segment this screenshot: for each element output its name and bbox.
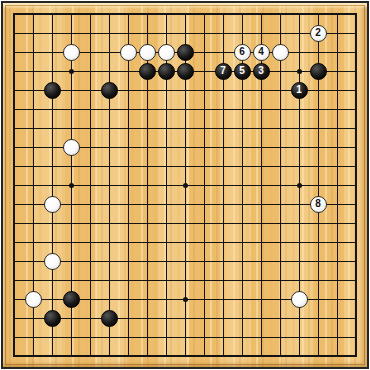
- intersection[interactable]: [138, 24, 157, 43]
- intersection[interactable]: [100, 5, 119, 24]
- intersection[interactable]: [62, 176, 81, 195]
- intersection[interactable]: [81, 24, 100, 43]
- intersection[interactable]: [195, 233, 214, 252]
- intersection[interactable]: [252, 290, 271, 309]
- intersection[interactable]: [100, 24, 119, 43]
- intersection[interactable]: [119, 157, 138, 176]
- intersection[interactable]: [252, 5, 271, 24]
- intersection[interactable]: [290, 43, 309, 62]
- intersection[interactable]: [290, 328, 309, 347]
- intersection[interactable]: [347, 252, 366, 271]
- intersection[interactable]: [62, 62, 81, 81]
- intersection[interactable]: [24, 43, 43, 62]
- intersection[interactable]: [62, 157, 81, 176]
- intersection[interactable]: [290, 252, 309, 271]
- intersection[interactable]: [328, 138, 347, 157]
- intersection[interactable]: [176, 214, 195, 233]
- intersection[interactable]: [119, 62, 138, 81]
- intersection[interactable]: [328, 309, 347, 328]
- intersection[interactable]: [290, 195, 309, 214]
- intersection[interactable]: [100, 290, 119, 309]
- intersection[interactable]: [138, 5, 157, 24]
- intersection[interactable]: [138, 252, 157, 271]
- intersection[interactable]: [176, 328, 195, 347]
- intersection[interactable]: [157, 157, 176, 176]
- intersection[interactable]: [214, 214, 233, 233]
- intersection[interactable]: [176, 157, 195, 176]
- intersection[interactable]: [328, 214, 347, 233]
- intersection[interactable]: [214, 347, 233, 366]
- intersection[interactable]: [81, 271, 100, 290]
- intersection[interactable]: [62, 119, 81, 138]
- intersection[interactable]: [195, 138, 214, 157]
- intersection[interactable]: [119, 43, 138, 62]
- intersection[interactable]: [290, 176, 309, 195]
- intersection[interactable]: [195, 252, 214, 271]
- intersection[interactable]: [347, 157, 366, 176]
- intersection[interactable]: [347, 271, 366, 290]
- intersection[interactable]: [214, 328, 233, 347]
- intersection[interactable]: [81, 81, 100, 100]
- intersection[interactable]: [214, 271, 233, 290]
- intersection[interactable]: [233, 81, 252, 100]
- intersection[interactable]: [290, 309, 309, 328]
- intersection[interactable]: [5, 309, 24, 328]
- intersection[interactable]: [157, 176, 176, 195]
- intersection[interactable]: [5, 5, 24, 24]
- intersection[interactable]: [195, 290, 214, 309]
- intersection[interactable]: [252, 195, 271, 214]
- intersection[interactable]: [347, 43, 366, 62]
- intersection[interactable]: [271, 24, 290, 43]
- intersection[interactable]: [157, 290, 176, 309]
- intersection[interactable]: [62, 233, 81, 252]
- intersection[interactable]: [5, 43, 24, 62]
- intersection[interactable]: [271, 5, 290, 24]
- intersection[interactable]: [43, 309, 62, 328]
- intersection[interactable]: [119, 347, 138, 366]
- intersection[interactable]: [119, 24, 138, 43]
- intersection[interactable]: 7: [214, 62, 233, 81]
- intersection[interactable]: [309, 157, 328, 176]
- intersection[interactable]: [24, 271, 43, 290]
- intersection[interactable]: [138, 100, 157, 119]
- intersection[interactable]: [24, 81, 43, 100]
- intersection[interactable]: [62, 214, 81, 233]
- intersection[interactable]: [81, 176, 100, 195]
- board-grid[interactable]: 26475318: [5, 5, 366, 366]
- intersection[interactable]: [176, 62, 195, 81]
- intersection[interactable]: [309, 119, 328, 138]
- intersection[interactable]: [5, 119, 24, 138]
- intersection[interactable]: [347, 5, 366, 24]
- intersection[interactable]: [271, 290, 290, 309]
- intersection[interactable]: [309, 176, 328, 195]
- intersection[interactable]: [81, 347, 100, 366]
- intersection[interactable]: [195, 347, 214, 366]
- intersection[interactable]: [119, 290, 138, 309]
- intersection[interactable]: [290, 100, 309, 119]
- intersection[interactable]: [24, 309, 43, 328]
- intersection[interactable]: [119, 328, 138, 347]
- intersection[interactable]: [176, 290, 195, 309]
- intersection[interactable]: [347, 24, 366, 43]
- intersection[interactable]: [81, 5, 100, 24]
- intersection[interactable]: [195, 5, 214, 24]
- intersection[interactable]: [100, 233, 119, 252]
- intersection[interactable]: [233, 214, 252, 233]
- intersection[interactable]: [119, 252, 138, 271]
- intersection[interactable]: [157, 233, 176, 252]
- intersection[interactable]: [5, 252, 24, 271]
- intersection[interactable]: [100, 214, 119, 233]
- intersection[interactable]: [119, 119, 138, 138]
- intersection[interactable]: [214, 176, 233, 195]
- intersection[interactable]: [157, 24, 176, 43]
- intersection[interactable]: [138, 347, 157, 366]
- intersection[interactable]: [43, 62, 62, 81]
- intersection[interactable]: [195, 24, 214, 43]
- intersection[interactable]: [328, 157, 347, 176]
- intersection[interactable]: [119, 5, 138, 24]
- intersection[interactable]: [24, 24, 43, 43]
- intersection[interactable]: [62, 43, 81, 62]
- intersection[interactable]: [347, 347, 366, 366]
- intersection[interactable]: [214, 233, 233, 252]
- intersection[interactable]: [81, 214, 100, 233]
- intersection[interactable]: [214, 100, 233, 119]
- intersection[interactable]: [157, 309, 176, 328]
- intersection[interactable]: [62, 271, 81, 290]
- intersection[interactable]: [119, 233, 138, 252]
- intersection[interactable]: [309, 233, 328, 252]
- intersection[interactable]: [5, 81, 24, 100]
- intersection[interactable]: [43, 138, 62, 157]
- intersection[interactable]: [100, 271, 119, 290]
- intersection[interactable]: [176, 100, 195, 119]
- intersection[interactable]: [176, 176, 195, 195]
- intersection[interactable]: [309, 62, 328, 81]
- intersection[interactable]: [138, 176, 157, 195]
- intersection[interactable]: [5, 138, 24, 157]
- intersection[interactable]: [195, 328, 214, 347]
- intersection[interactable]: [195, 195, 214, 214]
- intersection[interactable]: 8: [309, 195, 328, 214]
- intersection[interactable]: [347, 119, 366, 138]
- intersection[interactable]: [138, 309, 157, 328]
- intersection[interactable]: [43, 328, 62, 347]
- intersection[interactable]: [233, 138, 252, 157]
- intersection[interactable]: [100, 328, 119, 347]
- intersection[interactable]: [271, 176, 290, 195]
- intersection[interactable]: [43, 233, 62, 252]
- intersection[interactable]: [233, 5, 252, 24]
- intersection[interactable]: [347, 100, 366, 119]
- intersection[interactable]: [328, 195, 347, 214]
- intersection[interactable]: 4: [252, 43, 271, 62]
- intersection[interactable]: [233, 100, 252, 119]
- intersection[interactable]: [100, 347, 119, 366]
- intersection[interactable]: [43, 157, 62, 176]
- intersection[interactable]: [5, 328, 24, 347]
- intersection[interactable]: [290, 62, 309, 81]
- intersection[interactable]: [24, 328, 43, 347]
- intersection[interactable]: [5, 157, 24, 176]
- intersection[interactable]: [24, 233, 43, 252]
- intersection[interactable]: [347, 309, 366, 328]
- intersection[interactable]: [119, 81, 138, 100]
- intersection[interactable]: [252, 328, 271, 347]
- intersection[interactable]: [138, 271, 157, 290]
- intersection[interactable]: [233, 328, 252, 347]
- intersection[interactable]: [176, 43, 195, 62]
- intersection[interactable]: [5, 100, 24, 119]
- intersection[interactable]: [43, 5, 62, 24]
- intersection[interactable]: [195, 81, 214, 100]
- intersection[interactable]: [214, 5, 233, 24]
- intersection[interactable]: [43, 252, 62, 271]
- intersection[interactable]: [81, 290, 100, 309]
- intersection[interactable]: [81, 100, 100, 119]
- intersection[interactable]: [81, 252, 100, 271]
- intersection[interactable]: [195, 214, 214, 233]
- intersection[interactable]: [347, 214, 366, 233]
- intersection[interactable]: [5, 290, 24, 309]
- intersection[interactable]: [62, 24, 81, 43]
- intersection[interactable]: [309, 138, 328, 157]
- intersection[interactable]: 5: [233, 62, 252, 81]
- intersection[interactable]: [43, 347, 62, 366]
- intersection[interactable]: [233, 309, 252, 328]
- intersection[interactable]: [233, 233, 252, 252]
- intersection[interactable]: 1: [290, 81, 309, 100]
- intersection[interactable]: [176, 252, 195, 271]
- intersection[interactable]: [290, 214, 309, 233]
- intersection[interactable]: [138, 328, 157, 347]
- intersection[interactable]: [5, 195, 24, 214]
- intersection[interactable]: [290, 138, 309, 157]
- intersection[interactable]: [252, 24, 271, 43]
- intersection[interactable]: [157, 271, 176, 290]
- intersection[interactable]: [43, 43, 62, 62]
- intersection[interactable]: [328, 290, 347, 309]
- intersection[interactable]: [347, 138, 366, 157]
- intersection[interactable]: [233, 271, 252, 290]
- intersection[interactable]: [252, 157, 271, 176]
- intersection[interactable]: [328, 271, 347, 290]
- intersection[interactable]: [157, 252, 176, 271]
- intersection[interactable]: [328, 252, 347, 271]
- intersection[interactable]: [271, 271, 290, 290]
- intersection[interactable]: [100, 119, 119, 138]
- intersection[interactable]: [100, 195, 119, 214]
- intersection[interactable]: [347, 81, 366, 100]
- intersection[interactable]: [176, 5, 195, 24]
- intersection[interactable]: [5, 347, 24, 366]
- intersection[interactable]: [176, 138, 195, 157]
- intersection[interactable]: [24, 347, 43, 366]
- intersection[interactable]: [309, 271, 328, 290]
- intersection[interactable]: [328, 328, 347, 347]
- intersection[interactable]: [157, 5, 176, 24]
- intersection[interactable]: [24, 5, 43, 24]
- intersection[interactable]: [347, 328, 366, 347]
- intersection[interactable]: [290, 233, 309, 252]
- intersection[interactable]: [347, 176, 366, 195]
- intersection[interactable]: [24, 214, 43, 233]
- intersection[interactable]: [62, 290, 81, 309]
- intersection[interactable]: [309, 309, 328, 328]
- intersection[interactable]: [157, 347, 176, 366]
- intersection[interactable]: [43, 290, 62, 309]
- intersection[interactable]: [138, 43, 157, 62]
- intersection[interactable]: [347, 62, 366, 81]
- intersection[interactable]: [62, 100, 81, 119]
- intersection[interactable]: [43, 119, 62, 138]
- intersection[interactable]: [43, 81, 62, 100]
- intersection[interactable]: [43, 195, 62, 214]
- intersection[interactable]: [81, 309, 100, 328]
- intersection[interactable]: [81, 119, 100, 138]
- intersection[interactable]: [119, 176, 138, 195]
- intersection[interactable]: [119, 138, 138, 157]
- intersection[interactable]: [157, 138, 176, 157]
- intersection[interactable]: [100, 100, 119, 119]
- intersection[interactable]: [347, 290, 366, 309]
- intersection[interactable]: [100, 43, 119, 62]
- intersection[interactable]: [271, 214, 290, 233]
- intersection[interactable]: [347, 233, 366, 252]
- intersection[interactable]: [81, 43, 100, 62]
- intersection[interactable]: [100, 309, 119, 328]
- intersection[interactable]: [43, 100, 62, 119]
- intersection[interactable]: [309, 100, 328, 119]
- intersection[interactable]: [195, 157, 214, 176]
- intersection[interactable]: [252, 309, 271, 328]
- intersection[interactable]: [271, 138, 290, 157]
- intersection[interactable]: [62, 5, 81, 24]
- intersection[interactable]: [214, 24, 233, 43]
- intersection[interactable]: [309, 252, 328, 271]
- intersection[interactable]: [233, 119, 252, 138]
- intersection[interactable]: [176, 24, 195, 43]
- intersection[interactable]: [214, 309, 233, 328]
- intersection[interactable]: [271, 233, 290, 252]
- intersection[interactable]: [119, 271, 138, 290]
- intersection[interactable]: [252, 119, 271, 138]
- intersection[interactable]: [138, 290, 157, 309]
- intersection[interactable]: [5, 24, 24, 43]
- intersection[interactable]: [195, 176, 214, 195]
- intersection[interactable]: [233, 176, 252, 195]
- intersection[interactable]: [290, 290, 309, 309]
- intersection[interactable]: 2: [309, 24, 328, 43]
- intersection[interactable]: [157, 328, 176, 347]
- intersection[interactable]: [233, 195, 252, 214]
- intersection[interactable]: [195, 100, 214, 119]
- intersection[interactable]: [138, 157, 157, 176]
- intersection[interactable]: [214, 195, 233, 214]
- intersection[interactable]: [100, 62, 119, 81]
- intersection[interactable]: [176, 119, 195, 138]
- intersection[interactable]: [100, 81, 119, 100]
- intersection[interactable]: [290, 347, 309, 366]
- intersection[interactable]: [214, 290, 233, 309]
- intersection[interactable]: [309, 290, 328, 309]
- intersection[interactable]: [290, 157, 309, 176]
- intersection[interactable]: [24, 100, 43, 119]
- intersection[interactable]: [24, 176, 43, 195]
- intersection[interactable]: [5, 233, 24, 252]
- intersection[interactable]: [138, 214, 157, 233]
- intersection[interactable]: [176, 271, 195, 290]
- intersection[interactable]: [252, 214, 271, 233]
- intersection[interactable]: [214, 81, 233, 100]
- intersection[interactable]: [24, 157, 43, 176]
- intersection[interactable]: [176, 233, 195, 252]
- intersection[interactable]: [81, 195, 100, 214]
- intersection[interactable]: [252, 138, 271, 157]
- intersection[interactable]: [24, 195, 43, 214]
- intersection[interactable]: [5, 271, 24, 290]
- intersection[interactable]: [309, 328, 328, 347]
- intersection[interactable]: [62, 328, 81, 347]
- intersection[interactable]: [138, 81, 157, 100]
- intersection[interactable]: [347, 195, 366, 214]
- intersection[interactable]: [157, 195, 176, 214]
- intersection[interactable]: [309, 81, 328, 100]
- intersection[interactable]: [5, 176, 24, 195]
- intersection[interactable]: [157, 81, 176, 100]
- intersection[interactable]: [100, 138, 119, 157]
- intersection[interactable]: [81, 157, 100, 176]
- intersection[interactable]: [43, 214, 62, 233]
- intersection[interactable]: [309, 5, 328, 24]
- intersection[interactable]: [176, 195, 195, 214]
- intersection[interactable]: [24, 252, 43, 271]
- intersection[interactable]: [309, 347, 328, 366]
- intersection[interactable]: [138, 119, 157, 138]
- intersection[interactable]: [100, 176, 119, 195]
- intersection[interactable]: [119, 195, 138, 214]
- intersection[interactable]: [290, 5, 309, 24]
- intersection[interactable]: [328, 347, 347, 366]
- intersection[interactable]: [24, 290, 43, 309]
- intersection[interactable]: [271, 119, 290, 138]
- intersection[interactable]: [252, 176, 271, 195]
- intersection[interactable]: [271, 81, 290, 100]
- intersection[interactable]: [233, 157, 252, 176]
- intersection[interactable]: [157, 62, 176, 81]
- intersection[interactable]: [119, 309, 138, 328]
- intersection[interactable]: [81, 233, 100, 252]
- intersection[interactable]: [271, 100, 290, 119]
- intersection[interactable]: [252, 233, 271, 252]
- intersection[interactable]: [81, 62, 100, 81]
- intersection[interactable]: [24, 62, 43, 81]
- intersection[interactable]: [138, 138, 157, 157]
- intersection[interactable]: [138, 195, 157, 214]
- intersection[interactable]: [119, 100, 138, 119]
- intersection[interactable]: [157, 43, 176, 62]
- intersection[interactable]: [271, 195, 290, 214]
- intersection[interactable]: [252, 252, 271, 271]
- intersection[interactable]: [176, 309, 195, 328]
- intersection[interactable]: [176, 81, 195, 100]
- intersection[interactable]: [328, 119, 347, 138]
- intersection[interactable]: [328, 5, 347, 24]
- intersection[interactable]: [62, 347, 81, 366]
